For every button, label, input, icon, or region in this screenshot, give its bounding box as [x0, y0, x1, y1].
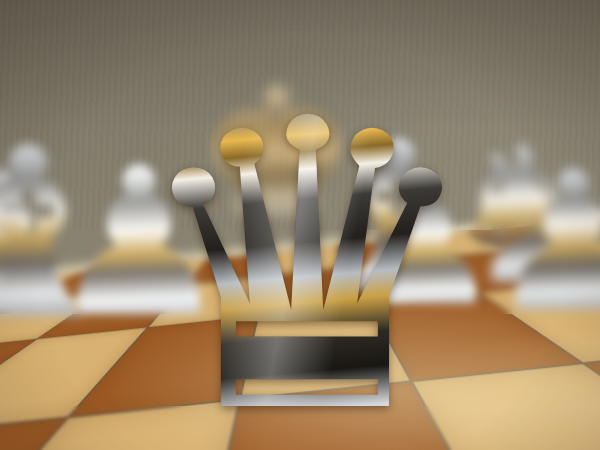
piece-white-queen-d3[interactable]: ♛ [128, 68, 487, 450]
square-b4[interactable] [586, 346, 600, 450]
piece-white-pawn-a2[interactable]: ♟ [487, 147, 600, 339]
chessboard-photo-scene: ♟ ♝ ♟ ♚ ♝ ♟ ♞ ♟ ♛ [0, 0, 600, 450]
